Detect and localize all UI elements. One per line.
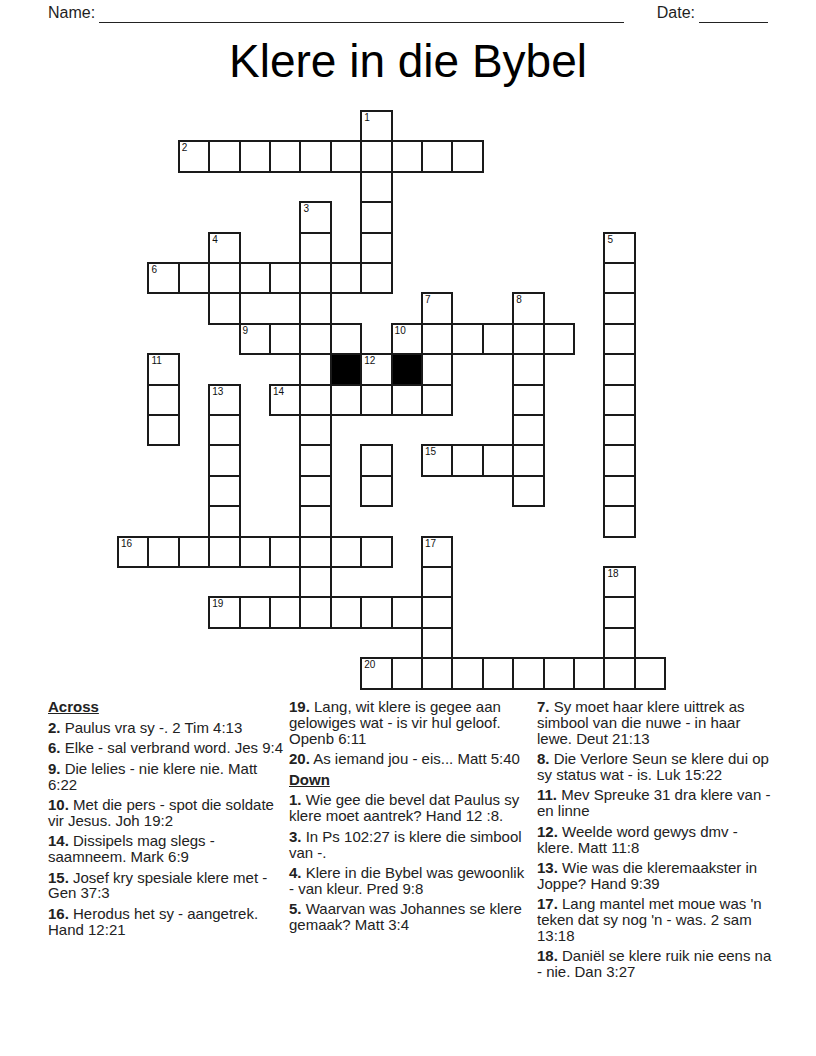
date-label: Date: [657, 4, 695, 23]
clue-number: 9. [48, 760, 61, 777]
crossword-cell[interactable] [299, 353, 331, 385]
cell-number: 6 [151, 264, 157, 275]
crossword-cell[interactable] [603, 414, 635, 446]
crossword-cell[interactable]: 20 [360, 657, 392, 689]
crossword-cell[interactable] [178, 536, 210, 568]
clue-number: 8. [537, 750, 550, 767]
crossword-cell[interactable] [421, 353, 453, 385]
crossword-cell[interactable] [299, 505, 331, 537]
clue: 13. Wie was die kleremaakster in Joppe? … [537, 860, 773, 892]
crossword-cell[interactable]: 14 [269, 384, 301, 416]
cell-number: 11 [151, 355, 161, 366]
cell-number: 7 [425, 294, 431, 305]
crossword-cell[interactable] [451, 323, 483, 355]
crossword-cell[interactable] [603, 505, 635, 537]
cell-number: 4 [212, 234, 218, 245]
clue: 4. Klere in die Bybel was gewoonlik - va… [289, 865, 532, 897]
crossword-cell[interactable] [451, 444, 483, 476]
clue-number: 2. [48, 719, 61, 736]
crossword-cell[interactable] [299, 475, 331, 507]
crossword-cell[interactable] [299, 262, 331, 294]
crossword-cell[interactable]: 12 [360, 353, 392, 385]
crossword-cell[interactable] [603, 627, 635, 659]
clue-number: 4. [289, 864, 302, 881]
crossword-cell[interactable] [421, 596, 453, 628]
crossword-cell[interactable] [391, 384, 423, 416]
name-input-line[interactable] [99, 4, 624, 23]
clue-number: 14. [48, 832, 69, 849]
crossword-cell[interactable] [451, 657, 483, 689]
crossword-cell[interactable] [330, 536, 362, 568]
clue-list-heading: Across [48, 699, 285, 715]
clue: 6. Elke - sal verbrand word. Jes 9:4 [48, 740, 285, 756]
crossword-cell[interactable] [603, 657, 635, 689]
crossword-cell[interactable] [147, 536, 179, 568]
cell-number: 9 [243, 325, 249, 336]
crossword-cell[interactable] [147, 414, 179, 446]
crossword-cell[interactable] [269, 140, 301, 172]
crossword-cell[interactable] [299, 292, 331, 324]
clue: 11. Mev Spreuke 31 dra klere van - en li… [537, 787, 773, 819]
cell-number: 12 [364, 355, 375, 366]
crossword-cell[interactable] [330, 596, 362, 628]
crossword-cell[interactable] [239, 536, 271, 568]
clue-number: 12. [537, 823, 558, 840]
crossword-cell[interactable] [360, 171, 392, 203]
clue-list-heading: Down [289, 772, 532, 788]
crossword-cell[interactable] [269, 262, 301, 294]
crossword-cell[interactable] [208, 505, 240, 537]
crossword-cell[interactable]: 13 [208, 384, 240, 416]
crossword-cell[interactable] [299, 140, 331, 172]
crossword-cell[interactable] [451, 140, 483, 172]
cell-number: 1 [364, 112, 370, 123]
date-input-line[interactable] [699, 4, 768, 23]
crossword-cell[interactable] [239, 596, 271, 628]
crossword-cell[interactable] [269, 323, 301, 355]
clue-number: 11. [537, 786, 557, 803]
clue-number: 18. [537, 947, 558, 964]
crossword-cell[interactable] [512, 353, 544, 385]
crossword-cell[interactable] [543, 323, 575, 355]
crossword-cell[interactable] [269, 596, 301, 628]
crossword-cell[interactable] [208, 414, 240, 446]
crossword-cell[interactable] [512, 323, 544, 355]
crossword-grid: 1234567891011121314151617181920 [117, 110, 667, 690]
crossword-cell[interactable] [208, 140, 240, 172]
crossword-cell[interactable] [147, 384, 179, 416]
crossword-cell[interactable]: 16 [117, 536, 149, 568]
cell-number: 19 [212, 598, 223, 609]
clue-number: 13. [537, 859, 558, 876]
crossword-cell[interactable] [512, 444, 544, 476]
crossword-cell-black [330, 353, 362, 385]
crossword-cell[interactable] [299, 414, 331, 446]
crossword-cell[interactable] [360, 384, 392, 416]
crossword-cell[interactable]: 2 [178, 140, 210, 172]
clue-number: 3. [289, 828, 302, 845]
crossword-cell[interactable] [360, 232, 392, 264]
crossword-cell[interactable] [482, 657, 514, 689]
clue: 15. Josef kry spesiale klere met - Gen 3… [48, 870, 285, 902]
crossword-cell[interactable] [299, 444, 331, 476]
crossword-cell[interactable] [299, 232, 331, 264]
crossword-cell[interactable] [208, 292, 240, 324]
clue: 2. Paulus vra sy -. 2 Tim 4:13 [48, 720, 285, 736]
crossword-cell[interactable] [330, 323, 362, 355]
crossword-cell[interactable] [603, 475, 635, 507]
crossword-cell[interactable]: 15 [421, 444, 453, 476]
crossword-cell[interactable] [421, 566, 453, 598]
crossword-cell[interactable] [391, 596, 423, 628]
cell-number: 13 [212, 386, 223, 397]
crossword-cell[interactable]: 10 [391, 323, 423, 355]
clue-column-3: 7. Sy moet haar klere uittrek as simbool… [537, 699, 773, 985]
crossword-cell[interactable] [208, 475, 240, 507]
clue: 8. Die Verlore Seun se klere dui op sy s… [537, 751, 773, 783]
crossword-cell[interactable] [360, 475, 392, 507]
crossword-cell[interactable] [178, 262, 210, 294]
clue-number: 10. [48, 796, 69, 813]
crossword-cell[interactable] [391, 140, 423, 172]
crossword-cell[interactable] [512, 475, 544, 507]
crossword-cell[interactable] [573, 657, 605, 689]
crossword-cell[interactable]: 17 [421, 536, 453, 568]
crossword-cell-black [391, 353, 423, 385]
clue: 7. Sy moet haar klere uittrek as simbool… [537, 699, 773, 747]
cell-number: 3 [303, 203, 309, 214]
clue: 18. Daniël se klere ruik nie eens na - n… [537, 948, 773, 980]
crossword-cell[interactable] [391, 657, 423, 689]
crossword-cell[interactable] [208, 262, 240, 294]
clue: 9. Die lelies - nie klere nie. Matt 6:22 [48, 761, 285, 793]
crossword-cell[interactable] [512, 384, 544, 416]
crossword-cell[interactable] [360, 444, 392, 476]
crossword-cell[interactable] [482, 323, 514, 355]
crossword-cell[interactable] [299, 536, 331, 568]
clue-number: 16. [48, 905, 69, 922]
clue-number: 20. [289, 750, 310, 767]
crossword-cell[interactable] [360, 536, 392, 568]
clue-number: 1. [289, 791, 302, 808]
crossword-cell[interactable] [360, 201, 392, 233]
crossword-cell[interactable] [360, 596, 392, 628]
crossword-cell[interactable] [603, 596, 635, 628]
cell-number: 17 [425, 538, 436, 549]
clue-column-1: Across2. Paulus vra sy -. 2 Tim 4:136. E… [48, 699, 285, 942]
crossword-cell[interactable]: 3 [299, 201, 331, 233]
crossword-cell[interactable] [421, 384, 453, 416]
crossword-cell[interactable] [603, 444, 635, 476]
crossword-cell[interactable] [543, 657, 575, 689]
clue-number: 6. [48, 739, 61, 756]
crossword-cell[interactable] [239, 262, 271, 294]
clue: 12. Weelde word gewys dmv - klere. Matt … [537, 824, 773, 856]
crossword-cell[interactable] [269, 536, 301, 568]
crossword-cell[interactable] [603, 262, 635, 294]
crossword-cell[interactable]: 4 [208, 232, 240, 264]
crossword-cell[interactable] [360, 262, 392, 294]
crossword-cell[interactable]: 6 [147, 262, 179, 294]
name-label: Name: [48, 4, 95, 23]
crossword-cell[interactable]: 1 [360, 110, 392, 142]
worksheet-header: Name: Date: [48, 4, 768, 23]
crossword-cell[interactable] [603, 323, 635, 355]
cell-number: 2 [182, 142, 188, 153]
clue: 20. As iemand jou - eis... Matt 5:40 [289, 751, 532, 767]
cell-number: 16 [121, 538, 132, 549]
crossword-cell[interactable] [299, 596, 331, 628]
crossword-cell[interactable] [603, 292, 635, 324]
crossword-cell[interactable] [603, 384, 635, 416]
clue-number: 19. [289, 698, 310, 715]
crossword-cell[interactable] [512, 414, 544, 446]
clue-column-2: 19. Lang, wit klere is gegee aan gelowig… [289, 699, 532, 938]
crossword-cell[interactable]: 9 [239, 323, 271, 355]
clue: 1. Wie gee die bevel dat Paulus sy klere… [289, 792, 532, 824]
clue-number: 5. [289, 900, 302, 917]
crossword-cell[interactable]: 11 [147, 353, 179, 385]
crossword-cell[interactable]: 7 [421, 292, 453, 324]
cell-number: 20 [364, 659, 375, 670]
clue-number: 15. [48, 869, 69, 886]
clue: 3. In Ps 102:27 is klere die simbool van… [289, 829, 532, 861]
cell-number: 18 [607, 568, 618, 579]
crossword-cell[interactable] [299, 384, 331, 416]
crossword-cell[interactable] [603, 353, 635, 385]
clue: 5. Waarvan was Johannes se klere gemaak?… [289, 901, 532, 933]
crossword-cell[interactable] [421, 140, 453, 172]
clue: 17. Lang mantel met moue was 'n teken da… [537, 896, 773, 944]
crossword-cell[interactable]: 19 [208, 596, 240, 628]
crossword-cell[interactable]: 5 [603, 232, 635, 264]
crossword-cell[interactable] [239, 140, 271, 172]
cell-number: 15 [425, 446, 436, 457]
clue: 10. Met die pers - spot die soldate vir … [48, 797, 285, 829]
clue: 19. Lang, wit klere is gegee aan gelowig… [289, 699, 532, 747]
crossword-cell[interactable] [208, 444, 240, 476]
crossword-cell[interactable] [299, 566, 331, 598]
clue-number: 7. [537, 698, 550, 715]
crossword-cell[interactable] [512, 657, 544, 689]
crossword-cell[interactable] [360, 140, 392, 172]
clue: 14. Dissipels mag slegs - saamneem. Mark… [48, 833, 285, 865]
crossword-cell[interactable]: 8 [512, 292, 544, 324]
crossword-cell[interactable]: 18 [603, 566, 635, 598]
cell-number: 8 [516, 294, 522, 305]
crossword-cell[interactable] [482, 444, 514, 476]
crossword-cell[interactable] [330, 262, 362, 294]
cell-number: 5 [607, 234, 613, 245]
crossword-cell[interactable] [330, 140, 362, 172]
crossword-cell[interactable] [299, 323, 331, 355]
crossword-cell[interactable] [634, 657, 666, 689]
puzzle-title: Klere in die Bybel [0, 34, 816, 88]
crossword-cell[interactable] [421, 323, 453, 355]
cell-number: 10 [395, 325, 406, 336]
crossword-cell[interactable] [421, 657, 453, 689]
cell-number: 14 [273, 386, 284, 397]
crossword-cell[interactable] [330, 384, 362, 416]
crossword-cell[interactable] [421, 627, 453, 659]
clue-number: 17. [537, 895, 558, 912]
clue: 16. Herodus het sy - aangetrek. Hand 12:… [48, 906, 285, 938]
crossword-cell[interactable] [208, 536, 240, 568]
